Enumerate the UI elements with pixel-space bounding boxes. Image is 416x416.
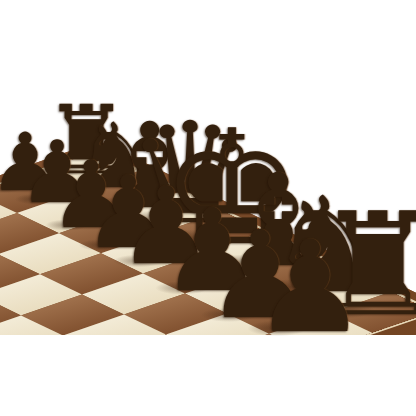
chess-set-photo: ♜♞♝♛♚♝♞♜♟♟♟♟♟♟♟♟ xyxy=(0,0,416,416)
piece-h7-black-pawn[interactable]: ♟ xyxy=(253,224,367,351)
